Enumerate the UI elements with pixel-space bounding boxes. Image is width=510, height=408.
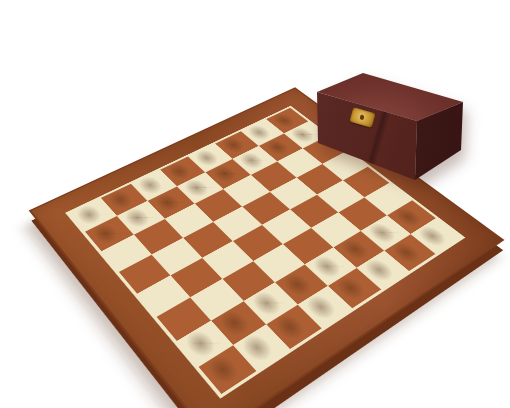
storage-box [303,70,473,190]
scene: ♜♟♟♜♞♟♟♞♝♟♟♝♚♟♟♚♛♟♟♛♝♟♟♝♞♟♟♞♜♟♟♜ [0,0,510,408]
